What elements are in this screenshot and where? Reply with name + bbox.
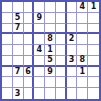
cell-r6c7[interactable]: 3	[67, 56, 78, 67]
cell-r8c3[interactable]	[24, 77, 35, 88]
cell-r3c8[interactable]	[77, 24, 88, 35]
cell-r6c8[interactable]: 8	[77, 56, 88, 67]
cell-r3c3[interactable]	[24, 24, 35, 35]
cell-r1c8[interactable]: 4	[77, 2, 88, 13]
cell-r6c5[interactable]: 5	[45, 56, 56, 67]
cell-r2c2[interactable]: 5	[13, 13, 24, 24]
cell-r4c1[interactable]	[2, 34, 13, 45]
cell-r5c8[interactable]	[77, 45, 88, 56]
cell-r6c9[interactable]	[88, 56, 99, 67]
cell-r8c5[interactable]	[45, 77, 56, 88]
cell-r2c1[interactable]	[2, 13, 13, 24]
cell-r9c8[interactable]	[77, 88, 88, 99]
cell-r3c4[interactable]	[34, 24, 45, 35]
cell-r2c5[interactable]	[45, 13, 56, 24]
cell-r1c1[interactable]	[2, 2, 13, 13]
cell-r7c3[interactable]: 6	[24, 67, 35, 78]
cell-r6c3[interactable]	[24, 56, 35, 67]
cell-r9c1[interactable]	[2, 88, 13, 99]
cell-r7c8[interactable]: 1	[77, 67, 88, 78]
cell-r1c7[interactable]	[67, 2, 78, 13]
cell-r4c2[interactable]	[13, 34, 24, 45]
cell-r4c9[interactable]	[88, 34, 99, 45]
cell-r3c6[interactable]	[56, 24, 67, 35]
cell-r2c3[interactable]	[24, 13, 35, 24]
cell-r4c7[interactable]: 2	[67, 34, 78, 45]
cell-r8c2[interactable]	[13, 77, 24, 88]
cell-r8c1[interactable]	[2, 77, 13, 88]
cell-r2c4[interactable]: 9	[34, 13, 45, 24]
cell-r9c7[interactable]	[67, 88, 78, 99]
cell-r5c5[interactable]: 1	[45, 45, 56, 56]
cell-r9c4[interactable]	[34, 88, 45, 99]
cell-r6c2[interactable]	[13, 56, 24, 67]
cell-r3c7[interactable]	[67, 24, 78, 35]
cell-r9c3[interactable]	[24, 88, 35, 99]
cell-r4c8[interactable]	[77, 34, 88, 45]
cell-r3c9[interactable]	[88, 24, 99, 35]
cell-r7c1[interactable]	[2, 67, 13, 78]
cell-r4c6[interactable]	[56, 34, 67, 45]
cell-r5c3[interactable]	[24, 45, 35, 56]
cell-r2c9[interactable]	[88, 13, 99, 24]
cell-r6c1[interactable]	[2, 56, 13, 67]
cell-r7c7[interactable]	[67, 67, 78, 78]
cell-r2c7[interactable]	[67, 13, 78, 24]
cell-r1c4[interactable]	[34, 2, 45, 13]
cell-r1c2[interactable]	[13, 2, 24, 13]
cell-r1c3[interactable]	[24, 2, 35, 13]
cell-r3c1[interactable]	[2, 24, 13, 35]
cell-r8c7[interactable]	[67, 77, 78, 88]
cell-r3c5[interactable]	[45, 24, 56, 35]
cell-r3c2[interactable]: 7	[13, 24, 24, 35]
cell-r7c2[interactable]: 7	[13, 67, 24, 78]
cell-r6c4[interactable]	[34, 56, 45, 67]
cell-r8c8[interactable]	[77, 77, 88, 88]
cell-r8c4[interactable]	[34, 77, 45, 88]
cell-r7c6[interactable]	[56, 67, 67, 78]
cell-r8c9[interactable]	[88, 77, 99, 88]
cell-r1c5[interactable]	[45, 2, 56, 13]
cell-r2c8[interactable]	[77, 13, 88, 24]
cell-r4c4[interactable]	[34, 34, 45, 45]
cell-r7c5[interactable]: 9	[45, 67, 56, 78]
cell-r5c4[interactable]: 4	[34, 45, 45, 56]
cell-r7c9[interactable]	[88, 67, 99, 78]
cell-r9c9[interactable]	[88, 88, 99, 99]
cell-r9c6[interactable]	[56, 88, 67, 99]
cell-r4c5[interactable]: 8	[45, 34, 56, 45]
cell-r6c6[interactable]	[56, 56, 67, 67]
cell-r1c9[interactable]: 1	[88, 2, 99, 13]
cell-r5c9[interactable]	[88, 45, 99, 56]
cell-r5c1[interactable]	[2, 45, 13, 56]
cell-r4c3[interactable]	[24, 34, 35, 45]
sudoku-board: 41597824153876913	[0, 0, 101, 101]
cell-r2c6[interactable]	[56, 13, 67, 24]
cell-r1c6[interactable]	[56, 2, 67, 13]
cell-r7c4[interactable]	[34, 67, 45, 78]
cell-r5c7[interactable]	[67, 45, 78, 56]
cell-r9c5[interactable]	[45, 88, 56, 99]
cell-r5c6[interactable]	[56, 45, 67, 56]
cell-r9c2[interactable]: 3	[13, 88, 24, 99]
cell-r5c2[interactable]	[13, 45, 24, 56]
cell-r8c6[interactable]	[56, 77, 67, 88]
